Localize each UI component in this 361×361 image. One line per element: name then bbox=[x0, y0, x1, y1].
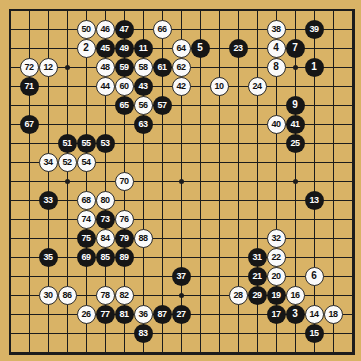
grid-cell bbox=[201, 182, 220, 201]
stone-move-number: 82 bbox=[119, 291, 128, 300]
stone-black-65: 65 bbox=[115, 96, 134, 115]
stone-white-38: 38 bbox=[267, 20, 286, 39]
stone-white-48: 48 bbox=[96, 58, 115, 77]
stone-white-40: 40 bbox=[267, 115, 286, 134]
grid-cell bbox=[49, 315, 68, 334]
stone-move-number: 3 bbox=[292, 309, 298, 319]
stone-black-87: 87 bbox=[153, 305, 172, 324]
stone-move-number: 85 bbox=[100, 253, 109, 262]
stone-move-number: 9 bbox=[292, 100, 298, 110]
stone-move-number: 88 bbox=[138, 234, 147, 243]
stone-move-number: 25 bbox=[290, 139, 299, 148]
grid-cell bbox=[201, 220, 220, 239]
grid-cell bbox=[220, 163, 239, 182]
grid-cell bbox=[315, 220, 334, 239]
grid-cell bbox=[11, 182, 30, 201]
grid-cell bbox=[239, 220, 258, 239]
stone-move-number: 29 bbox=[252, 291, 261, 300]
grid-cell bbox=[334, 163, 353, 182]
grid-cell bbox=[239, 125, 258, 144]
stone-move-number: 16 bbox=[290, 291, 299, 300]
grid-cell bbox=[68, 106, 87, 125]
stone-black-63: 63 bbox=[134, 115, 153, 134]
grid-cell bbox=[334, 277, 353, 296]
grid-cell bbox=[334, 106, 353, 125]
stone-move-number: 43 bbox=[138, 82, 147, 91]
stone-white-12: 12 bbox=[39, 58, 58, 77]
stone-move-number: 10 bbox=[214, 82, 223, 91]
stone-move-number: 44 bbox=[100, 82, 109, 91]
stone-move-number: 17 bbox=[271, 310, 280, 319]
stone-move-number: 5 bbox=[197, 43, 203, 53]
stone-white-34: 34 bbox=[39, 153, 58, 172]
grid-cell bbox=[182, 220, 201, 239]
grid-cell bbox=[201, 315, 220, 334]
stone-move-number: 24 bbox=[252, 82, 261, 91]
stone-move-number: 86 bbox=[62, 291, 71, 300]
stone-move-number: 46 bbox=[100, 25, 109, 34]
grid-cell bbox=[220, 334, 239, 353]
grid-cell bbox=[182, 239, 201, 258]
grid-cell bbox=[182, 144, 201, 163]
grid-cell bbox=[163, 201, 182, 220]
stone-move-number: 70 bbox=[119, 177, 128, 186]
stone-black-29: 29 bbox=[248, 286, 267, 305]
go-board: 1234567891011121314151617181920212223242… bbox=[0, 0, 361, 361]
grid-cell bbox=[315, 163, 334, 182]
grid-cell bbox=[239, 182, 258, 201]
grid-cell bbox=[49, 87, 68, 106]
stone-move-number: 56 bbox=[138, 101, 147, 110]
stone-black-3: 3 bbox=[286, 305, 305, 324]
stone-white-54: 54 bbox=[77, 153, 96, 172]
stone-black-45: 45 bbox=[96, 39, 115, 58]
stone-white-10: 10 bbox=[210, 77, 229, 96]
stone-black-49: 49 bbox=[115, 39, 134, 58]
grid-cell bbox=[11, 277, 30, 296]
stone-move-number: 27 bbox=[176, 310, 185, 319]
stone-black-19: 19 bbox=[267, 286, 286, 305]
grid-cell bbox=[296, 220, 315, 239]
stone-white-16: 16 bbox=[286, 286, 305, 305]
grid-cell bbox=[182, 334, 201, 353]
stone-move-number: 40 bbox=[271, 120, 280, 129]
stone-black-57: 57 bbox=[153, 96, 172, 115]
grid-cell bbox=[334, 201, 353, 220]
grid-cell bbox=[258, 182, 277, 201]
stone-white-64: 64 bbox=[172, 39, 191, 58]
grid-cell bbox=[239, 106, 258, 125]
stone-move-number: 32 bbox=[271, 234, 280, 243]
grid-cell bbox=[49, 30, 68, 49]
stone-move-number: 62 bbox=[176, 63, 185, 72]
stone-move-number: 7 bbox=[292, 43, 298, 53]
stone-move-number: 74 bbox=[81, 215, 90, 224]
stone-move-number: 52 bbox=[62, 158, 71, 167]
stone-move-number: 60 bbox=[119, 82, 128, 91]
stone-move-number: 18 bbox=[328, 310, 337, 319]
stone-move-number: 41 bbox=[290, 120, 299, 129]
grid-cell bbox=[258, 201, 277, 220]
grid-cell bbox=[239, 201, 258, 220]
stone-black-71: 71 bbox=[20, 77, 39, 96]
grid-cell bbox=[163, 334, 182, 353]
grid-cell bbox=[334, 125, 353, 144]
star-point bbox=[65, 65, 70, 70]
stone-move-number: 67 bbox=[24, 120, 33, 129]
stone-black-59: 59 bbox=[115, 58, 134, 77]
stone-move-number: 50 bbox=[81, 25, 90, 34]
stone-white-58: 58 bbox=[134, 58, 153, 77]
stone-move-number: 15 bbox=[309, 329, 318, 338]
stone-move-number: 69 bbox=[81, 253, 90, 262]
grid-cell bbox=[315, 106, 334, 125]
grid-cell bbox=[315, 144, 334, 163]
grid-cell bbox=[334, 334, 353, 353]
stone-move-number: 49 bbox=[119, 44, 128, 53]
grid-cell bbox=[220, 182, 239, 201]
grid-cell bbox=[144, 144, 163, 163]
stone-black-23: 23 bbox=[229, 39, 248, 58]
grid-cell bbox=[201, 106, 220, 125]
grid-cell bbox=[201, 201, 220, 220]
stone-move-number: 54 bbox=[81, 158, 90, 167]
grid-cell bbox=[334, 144, 353, 163]
grid-cell bbox=[49, 220, 68, 239]
grid-cell bbox=[220, 11, 239, 30]
stone-move-number: 59 bbox=[119, 63, 128, 72]
stone-move-number: 6 bbox=[311, 271, 317, 281]
stone-move-number: 22 bbox=[271, 253, 280, 262]
stone-white-28: 28 bbox=[229, 286, 248, 305]
grid-cell bbox=[239, 163, 258, 182]
grid-cell bbox=[220, 239, 239, 258]
stone-move-number: 75 bbox=[81, 234, 90, 243]
stone-black-35: 35 bbox=[39, 248, 58, 267]
grid-cell bbox=[11, 144, 30, 163]
grid-cell bbox=[11, 11, 30, 30]
stone-move-number: 77 bbox=[100, 310, 109, 319]
grid-cell bbox=[11, 258, 30, 277]
stone-move-number: 1 bbox=[311, 62, 317, 72]
stone-black-51: 51 bbox=[58, 134, 77, 153]
stone-move-number: 21 bbox=[252, 272, 261, 281]
grid-cell bbox=[11, 296, 30, 315]
stone-white-46: 46 bbox=[96, 20, 115, 39]
grid-cell bbox=[144, 182, 163, 201]
grid-cell bbox=[68, 68, 87, 87]
stone-white-14: 14 bbox=[305, 305, 324, 324]
stone-white-2: 2 bbox=[77, 39, 96, 58]
stone-move-number: 78 bbox=[100, 291, 109, 300]
grid-cell bbox=[182, 163, 201, 182]
stone-black-79: 79 bbox=[115, 229, 134, 248]
stone-black-55: 55 bbox=[77, 134, 96, 153]
stone-black-17: 17 bbox=[267, 305, 286, 324]
stone-move-number: 48 bbox=[100, 63, 109, 72]
stone-move-number: 14 bbox=[309, 310, 318, 319]
grid-cell bbox=[163, 239, 182, 258]
grid-cell bbox=[11, 315, 30, 334]
stone-white-78: 78 bbox=[96, 286, 115, 305]
grid-cell bbox=[125, 144, 144, 163]
stone-white-8: 8 bbox=[267, 58, 286, 77]
grid-cell bbox=[49, 334, 68, 353]
grid-cell bbox=[296, 163, 315, 182]
stone-black-21: 21 bbox=[248, 267, 267, 286]
stone-black-7: 7 bbox=[286, 39, 305, 58]
grid-cell bbox=[68, 87, 87, 106]
grid-cell bbox=[201, 239, 220, 258]
stone-move-number: 80 bbox=[100, 196, 109, 205]
grid-cell bbox=[30, 11, 49, 30]
stone-white-24: 24 bbox=[248, 77, 267, 96]
grid-cell bbox=[201, 277, 220, 296]
stone-move-number: 63 bbox=[138, 120, 147, 129]
stone-white-6: 6 bbox=[305, 267, 324, 286]
stone-move-number: 55 bbox=[81, 139, 90, 148]
grid-cell bbox=[315, 239, 334, 258]
stone-white-80: 80 bbox=[96, 191, 115, 210]
grid-cell bbox=[87, 334, 106, 353]
stone-move-number: 38 bbox=[271, 25, 280, 34]
stone-black-33: 33 bbox=[39, 191, 58, 210]
stone-black-39: 39 bbox=[305, 20, 324, 39]
stone-black-15: 15 bbox=[305, 324, 324, 343]
grid-cell bbox=[277, 201, 296, 220]
stone-white-22: 22 bbox=[267, 248, 286, 267]
stone-move-number: 37 bbox=[176, 272, 185, 281]
grid-cell bbox=[163, 144, 182, 163]
grid-cell bbox=[220, 106, 239, 125]
stone-move-number: 65 bbox=[119, 101, 128, 110]
grid-cell bbox=[11, 239, 30, 258]
grid-cell bbox=[163, 220, 182, 239]
stone-move-number: 26 bbox=[81, 310, 90, 319]
stone-white-72: 72 bbox=[20, 58, 39, 77]
stone-move-number: 71 bbox=[24, 82, 33, 91]
stone-move-number: 23 bbox=[233, 44, 242, 53]
grid-cell bbox=[30, 220, 49, 239]
stone-black-61: 61 bbox=[153, 58, 172, 77]
grid-cell bbox=[144, 258, 163, 277]
grid-cell bbox=[296, 239, 315, 258]
stone-white-88: 88 bbox=[134, 229, 153, 248]
stone-move-number: 45 bbox=[100, 44, 109, 53]
stone-move-number: 19 bbox=[271, 291, 280, 300]
stone-white-44: 44 bbox=[96, 77, 115, 96]
stone-white-30: 30 bbox=[39, 286, 58, 305]
stone-white-86: 86 bbox=[58, 286, 77, 305]
star-point bbox=[65, 179, 70, 184]
stone-move-number: 79 bbox=[119, 234, 128, 243]
stone-white-32: 32 bbox=[267, 229, 286, 248]
grid-cell bbox=[239, 315, 258, 334]
grid-cell bbox=[277, 182, 296, 201]
stone-black-69: 69 bbox=[77, 248, 96, 267]
stone-move-number: 81 bbox=[119, 310, 128, 319]
grid-cell bbox=[334, 30, 353, 49]
grid-cell bbox=[258, 163, 277, 182]
grid-cell bbox=[144, 163, 163, 182]
grid-cell bbox=[182, 106, 201, 125]
stone-white-66: 66 bbox=[153, 20, 172, 39]
stone-white-20: 20 bbox=[267, 267, 286, 286]
stone-move-number: 11 bbox=[139, 44, 148, 53]
grid-cell bbox=[334, 258, 353, 277]
grid-cell bbox=[315, 87, 334, 106]
stone-white-60: 60 bbox=[115, 77, 134, 96]
stone-move-number: 36 bbox=[138, 310, 147, 319]
grid-cell bbox=[220, 201, 239, 220]
grid-cell bbox=[182, 182, 201, 201]
stone-black-41: 41 bbox=[286, 115, 305, 134]
grid-cell bbox=[11, 30, 30, 49]
grid-cell bbox=[334, 49, 353, 68]
stone-move-number: 53 bbox=[100, 139, 109, 148]
stone-move-number: 20 bbox=[271, 272, 280, 281]
stone-move-number: 57 bbox=[157, 101, 166, 110]
stone-black-83: 83 bbox=[134, 324, 153, 343]
grid-cell bbox=[11, 163, 30, 182]
stone-move-number: 84 bbox=[100, 234, 109, 243]
grid-cell bbox=[277, 334, 296, 353]
stone-move-number: 73 bbox=[100, 215, 109, 224]
stone-white-74: 74 bbox=[77, 210, 96, 229]
stone-white-82: 82 bbox=[115, 286, 134, 305]
stone-black-27: 27 bbox=[172, 305, 191, 324]
stone-move-number: 58 bbox=[138, 63, 147, 72]
stone-move-number: 51 bbox=[62, 139, 71, 148]
stone-black-31: 31 bbox=[248, 248, 267, 267]
stone-black-75: 75 bbox=[77, 229, 96, 248]
stone-move-number: 66 bbox=[157, 25, 166, 34]
grid-cell bbox=[49, 106, 68, 125]
stone-move-number: 87 bbox=[157, 310, 166, 319]
stone-black-67: 67 bbox=[20, 115, 39, 134]
stone-move-number: 12 bbox=[43, 63, 52, 72]
grid-cell bbox=[334, 68, 353, 87]
grid-cell bbox=[182, 125, 201, 144]
grid-cell bbox=[11, 220, 30, 239]
stone-black-13: 13 bbox=[305, 191, 324, 210]
stone-white-18: 18 bbox=[324, 305, 343, 324]
star-point bbox=[293, 179, 298, 184]
stone-move-number: 42 bbox=[176, 82, 185, 91]
stone-black-89: 89 bbox=[115, 248, 134, 267]
stone-move-number: 83 bbox=[138, 329, 147, 338]
stone-move-number: 31 bbox=[252, 253, 261, 262]
grid-cell bbox=[239, 11, 258, 30]
stone-move-number: 35 bbox=[43, 253, 52, 262]
stone-black-25: 25 bbox=[286, 134, 305, 153]
stone-move-number: 28 bbox=[233, 291, 242, 300]
grid-cell bbox=[220, 258, 239, 277]
stone-white-76: 76 bbox=[115, 210, 134, 229]
grid-cell bbox=[11, 334, 30, 353]
stone-white-4: 4 bbox=[267, 39, 286, 58]
stone-move-number: 13 bbox=[309, 196, 318, 205]
grid-cell bbox=[220, 220, 239, 239]
stone-black-43: 43 bbox=[134, 77, 153, 96]
grid-cell bbox=[258, 334, 277, 353]
grid-cell bbox=[239, 144, 258, 163]
stone-black-47: 47 bbox=[115, 20, 134, 39]
grid-cell bbox=[258, 144, 277, 163]
grid-cell bbox=[201, 125, 220, 144]
stone-black-85: 85 bbox=[96, 248, 115, 267]
grid-cell bbox=[68, 334, 87, 353]
grid-cell bbox=[201, 334, 220, 353]
stone-black-37: 37 bbox=[172, 267, 191, 286]
stone-white-52: 52 bbox=[58, 153, 77, 172]
stone-white-50: 50 bbox=[77, 20, 96, 39]
grid-cell bbox=[144, 201, 163, 220]
grid-cell bbox=[144, 277, 163, 296]
grid-cell bbox=[220, 125, 239, 144]
grid-cell bbox=[87, 106, 106, 125]
grid-cell bbox=[201, 11, 220, 30]
stone-move-number: 64 bbox=[176, 44, 185, 53]
grid-cell bbox=[201, 144, 220, 163]
grid-cell bbox=[334, 11, 353, 30]
grid-cell bbox=[334, 182, 353, 201]
star-point bbox=[179, 293, 184, 298]
stone-white-68: 68 bbox=[77, 191, 96, 210]
grid-cell bbox=[182, 11, 201, 30]
grid-cell bbox=[220, 315, 239, 334]
stone-move-number: 68 bbox=[81, 196, 90, 205]
grid-cell bbox=[163, 125, 182, 144]
stone-black-5: 5 bbox=[191, 39, 210, 58]
stone-move-number: 61 bbox=[157, 63, 166, 72]
stone-move-number: 4 bbox=[273, 43, 279, 53]
star-point bbox=[179, 179, 184, 184]
stone-black-9: 9 bbox=[286, 96, 305, 115]
stone-black-53: 53 bbox=[96, 134, 115, 153]
grid-cell bbox=[182, 201, 201, 220]
grid-cell bbox=[201, 163, 220, 182]
grid-cell bbox=[30, 315, 49, 334]
grid-cell bbox=[11, 201, 30, 220]
grid-cell bbox=[334, 87, 353, 106]
stone-move-number: 2 bbox=[83, 43, 89, 53]
stone-black-11: 11 bbox=[134, 39, 153, 58]
stone-move-number: 34 bbox=[43, 158, 52, 167]
grid-cell bbox=[201, 296, 220, 315]
stone-move-number: 30 bbox=[43, 291, 52, 300]
grid-cell bbox=[334, 239, 353, 258]
stone-move-number: 72 bbox=[24, 63, 33, 72]
stone-move-number: 47 bbox=[119, 25, 128, 34]
stone-black-73: 73 bbox=[96, 210, 115, 229]
grid-cell bbox=[163, 182, 182, 201]
grid-cell bbox=[49, 11, 68, 30]
grid-cell bbox=[315, 125, 334, 144]
star-point bbox=[293, 65, 298, 70]
stone-move-number: 33 bbox=[43, 196, 52, 205]
stone-move-number: 89 bbox=[119, 253, 128, 262]
stone-move-number: 39 bbox=[309, 25, 318, 34]
grid-cell bbox=[201, 258, 220, 277]
stone-black-1: 1 bbox=[305, 58, 324, 77]
stone-white-70: 70 bbox=[115, 172, 134, 191]
grid-cell bbox=[220, 144, 239, 163]
stone-white-84: 84 bbox=[96, 229, 115, 248]
stone-white-26: 26 bbox=[77, 305, 96, 324]
grid-cell bbox=[334, 220, 353, 239]
stone-white-62: 62 bbox=[172, 58, 191, 77]
